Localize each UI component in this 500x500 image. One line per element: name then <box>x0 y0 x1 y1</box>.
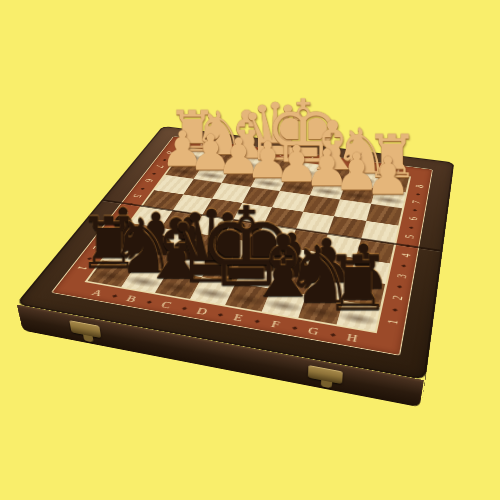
piece-dark-rook: ♜ <box>301 248 414 320</box>
piece-light-pawn: ♟ <box>342 152 434 201</box>
square-h1: ♜ <box>336 300 380 331</box>
photo-background: ♜♞♝♛♚♝♞♜♟♟♟♟♟♟♟♟♟♟♟♟♟♟♟♟♜♞♝♛♚♝♞♜ AA11BB2… <box>0 0 500 500</box>
chess-board: ♜♞♝♛♚♝♞♜♟♟♟♟♟♟♟♟♟♟♟♟♟♟♟♟♜♞♝♛♚♝♞♜ AA11BB2… <box>16 126 455 380</box>
clasp-right-icon <box>308 365 343 384</box>
clasp-left-icon <box>69 320 101 338</box>
